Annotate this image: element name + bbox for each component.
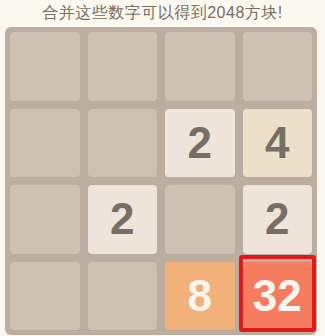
tile-2-r3c2: 2 [88,185,158,254]
cell-empty-r2c2 [88,109,158,178]
board[interactable]: 2422832 [5,27,317,335]
tile-32-r4c4: 32 [243,262,313,331]
cell-empty-r1c2 [88,32,158,101]
cell-empty-r4c2 [88,262,158,331]
cell-empty-r1c1 [10,32,80,101]
tile-4-r2c4: 4 [243,109,313,178]
cell-empty-r3c3 [165,185,235,254]
cell-empty-r3c1 [10,185,80,254]
cell-empty-r4c1 [10,262,80,331]
cell-empty-r2c1 [10,109,80,178]
cell-empty-r1c3 [165,32,235,101]
highlight-border [239,255,317,333]
hint-text: 合并这些数字可以得到2048方块! [0,0,325,27]
tile-2-r3c4: 2 [243,185,313,254]
tile-2-r2c3: 2 [165,109,235,178]
cell-empty-r1c4 [243,32,313,101]
tile-8-r4c3: 8 [165,262,235,331]
